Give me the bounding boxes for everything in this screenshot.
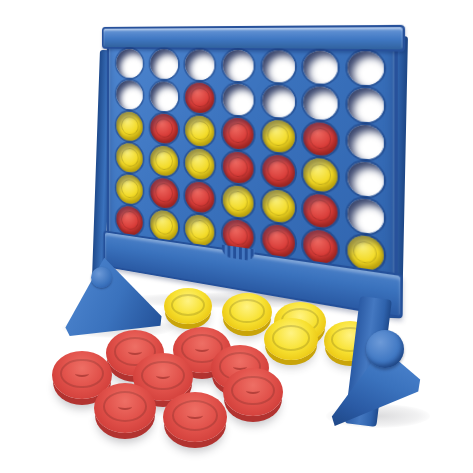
cell-r1c4[interactable] xyxy=(219,48,258,83)
yellow-disc xyxy=(262,119,294,153)
loose-disc-yellow[interactable] xyxy=(222,293,272,331)
red-disc xyxy=(223,117,254,150)
red-disc xyxy=(117,204,143,236)
loose-disc-red[interactable] xyxy=(94,383,156,433)
cell-r5c3[interactable] xyxy=(182,178,219,215)
yellow-disc xyxy=(150,209,178,242)
empty-hole xyxy=(117,48,143,77)
yellow-disc xyxy=(117,111,143,141)
red-disc xyxy=(186,82,215,113)
cell-r3c4[interactable] xyxy=(219,115,258,152)
cell-r4c7[interactable] xyxy=(342,158,388,199)
cell-r4c1[interactable] xyxy=(113,140,146,174)
left-stand-hinge xyxy=(91,267,112,288)
yellow-disc xyxy=(303,157,337,193)
cell-r1c1[interactable] xyxy=(113,47,146,79)
empty-hole xyxy=(150,81,178,112)
yellow-disc xyxy=(117,173,143,205)
cell-r4c4[interactable] xyxy=(219,149,258,186)
red-disc xyxy=(186,180,215,213)
cell-r4c2[interactable] xyxy=(147,143,182,178)
red-disc xyxy=(303,121,337,156)
empty-hole xyxy=(223,49,254,81)
empty-hole xyxy=(262,84,294,117)
cell-r3c1[interactable] xyxy=(113,109,146,143)
cell-r2c7[interactable] xyxy=(342,85,388,124)
cell-r4c3[interactable] xyxy=(182,146,219,182)
red-disc xyxy=(262,153,294,188)
cell-r5c2[interactable] xyxy=(147,175,182,211)
cell-r1c2[interactable] xyxy=(147,47,182,80)
cell-r1c5[interactable] xyxy=(258,48,299,84)
red-disc xyxy=(150,177,178,210)
loose-disc-red[interactable] xyxy=(223,368,283,416)
red-disc xyxy=(303,192,337,229)
empty-hole xyxy=(303,50,337,83)
red-disc xyxy=(223,150,254,184)
cell-r4c5[interactable] xyxy=(258,152,299,191)
cell-r2c3[interactable] xyxy=(182,80,219,115)
yellow-disc xyxy=(186,213,215,247)
empty-hole xyxy=(262,50,294,82)
empty-hole xyxy=(186,49,215,80)
empty-hole xyxy=(150,49,178,79)
cell-r2c2[interactable] xyxy=(147,79,182,113)
cell-r5c4[interactable] xyxy=(219,182,258,220)
cell-r5c7[interactable] xyxy=(342,195,388,237)
yellow-disc xyxy=(262,188,294,224)
yellow-disc xyxy=(117,142,143,173)
cell-r1c7[interactable] xyxy=(342,49,388,87)
cell-r5c5[interactable] xyxy=(258,186,299,226)
right-stand-hinge xyxy=(366,330,404,368)
empty-hole xyxy=(347,87,383,122)
loose-disc-yellow[interactable] xyxy=(264,318,318,360)
cell-r1c6[interactable] xyxy=(299,48,343,85)
cell-r3c5[interactable] xyxy=(258,117,299,155)
cell-r3c3[interactable] xyxy=(182,113,219,149)
yellow-disc xyxy=(186,147,215,180)
cell-r3c6[interactable] xyxy=(299,119,343,158)
yellow-disc xyxy=(186,115,215,147)
loose-disc-red[interactable] xyxy=(163,392,227,442)
cell-r2c1[interactable] xyxy=(113,78,146,111)
empty-hole xyxy=(347,160,383,197)
yellow-disc xyxy=(150,145,178,177)
cell-r3c2[interactable] xyxy=(147,111,182,146)
empty-hole xyxy=(303,86,337,120)
yellow-disc xyxy=(223,184,254,218)
cell-r4c6[interactable] xyxy=(299,155,343,195)
cell-r5c1[interactable] xyxy=(113,171,146,206)
cell-r2c4[interactable] xyxy=(219,81,258,117)
cell-r5c6[interactable] xyxy=(299,190,343,231)
empty-hole xyxy=(117,80,143,110)
cell-r3c7[interactable] xyxy=(342,122,388,162)
cell-r1c3[interactable] xyxy=(182,48,219,82)
empty-hole xyxy=(347,51,383,85)
loose-disc-yellow[interactable] xyxy=(164,288,212,324)
empty-hole xyxy=(347,124,383,160)
connect-four-board xyxy=(107,36,398,316)
cell-r2c6[interactable] xyxy=(299,84,343,122)
empty-hole xyxy=(223,83,254,115)
cell-r2c5[interactable] xyxy=(258,83,299,120)
connect-four-photo xyxy=(0,0,473,473)
red-disc xyxy=(150,113,178,144)
empty-hole xyxy=(347,197,383,235)
